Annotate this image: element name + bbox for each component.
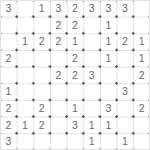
cell-r1c7[interactable]: 3 — [100, 0, 117, 17]
cell-r6c6[interactable] — [83, 83, 100, 100]
cell-r3c8[interactable]: 2 — [117, 33, 134, 50]
cell-r4c2[interactable] — [17, 50, 34, 67]
cell-r3c1[interactable] — [0, 33, 17, 50]
cell-r5c3[interactable] — [33, 67, 50, 84]
cell-r3c4[interactable]: 2 — [50, 33, 67, 50]
cell-r3c7[interactable]: 1 — [100, 33, 117, 50]
cell-r5c8[interactable] — [117, 67, 134, 84]
cell-r2c7[interactable]: 1 — [100, 17, 117, 34]
cell-r4c7[interactable]: 1 — [100, 50, 117, 67]
puzzle-board: 3132333221122112122112232132213221231131… — [0, 0, 150, 150]
cell-r9c3[interactable] — [33, 133, 50, 150]
cell-r3c2[interactable]: 1 — [17, 33, 34, 50]
cell-r9c2[interactable] — [17, 133, 34, 150]
cell-r4c6[interactable] — [83, 50, 100, 67]
cell-r9c9[interactable] — [133, 133, 150, 150]
cell-r2c1[interactable] — [0, 17, 17, 34]
cell-r7c2[interactable] — [17, 100, 34, 117]
cell-r3c6[interactable] — [83, 33, 100, 50]
cell-r1c6[interactable]: 3 — [83, 0, 100, 17]
cell-r8c3[interactable]: 2 — [33, 117, 50, 134]
cell-r3c3[interactable]: 2 — [33, 33, 50, 50]
cell-r9c6[interactable]: 1 — [83, 133, 100, 150]
cell-r1c8[interactable]: 3 — [117, 0, 134, 17]
cell-r8c4[interactable] — [50, 117, 67, 134]
cell-r2c4[interactable]: 2 — [50, 17, 67, 34]
cell-r8c5[interactable]: 3 — [67, 117, 84, 134]
cell-r1c4[interactable]: 3 — [50, 0, 67, 17]
cell-r5c1[interactable] — [0, 67, 17, 84]
cell-r5c9[interactable]: 2 — [133, 67, 150, 84]
cell-r6c5[interactable] — [67, 83, 84, 100]
cell-r5c6[interactable]: 3 — [83, 67, 100, 84]
cell-r6c3[interactable] — [33, 83, 50, 100]
cell-r7c4[interactable] — [50, 100, 67, 117]
cell-r1c9[interactable] — [133, 0, 150, 17]
cell-r7c7[interactable]: 3 — [100, 100, 117, 117]
cell-r5c5[interactable]: 2 — [67, 67, 84, 84]
cell-r8c7[interactable]: 1 — [100, 117, 117, 134]
cell-r2c5[interactable]: 2 — [67, 17, 84, 34]
cell-r6c2[interactable] — [17, 83, 34, 100]
cell-r1c2[interactable] — [17, 0, 34, 17]
cell-r4c4[interactable] — [50, 50, 67, 67]
cell-r5c2[interactable] — [17, 67, 34, 84]
cell-r7c5[interactable]: 1 — [67, 100, 84, 117]
cell-r6c8[interactable]: 3 — [117, 83, 134, 100]
cell-r7c8[interactable] — [117, 100, 134, 117]
cell-r8c9[interactable] — [133, 117, 150, 134]
cell-r9c8[interactable]: 1 — [117, 133, 134, 150]
cell-r9c1[interactable]: 3 — [0, 133, 17, 150]
cell-r6c9[interactable] — [133, 83, 150, 100]
cell-r7c6[interactable] — [83, 100, 100, 117]
cell-r9c7[interactable] — [100, 133, 117, 150]
cell-r3c9[interactable]: 1 — [133, 33, 150, 50]
cell-r6c7[interactable] — [100, 83, 117, 100]
cell-r2c3[interactable] — [33, 17, 50, 34]
cell-r9c4[interactable] — [50, 133, 67, 150]
cell-r6c1[interactable]: 1 — [0, 83, 17, 100]
cell-r8c6[interactable]: 1 — [83, 117, 100, 134]
cell-r3c5[interactable]: 1 — [67, 33, 84, 50]
cell-r2c6[interactable] — [83, 17, 100, 34]
cell-r8c8[interactable] — [117, 117, 134, 134]
cell-r7c9[interactable]: 2 — [133, 100, 150, 117]
cell-r2c2[interactable] — [17, 17, 34, 34]
cell-r4c5[interactable]: 2 — [67, 50, 84, 67]
cell-r7c1[interactable]: 2 — [0, 100, 17, 117]
cell-r8c1[interactable]: 2 — [0, 117, 17, 134]
cell-r4c8[interactable] — [117, 50, 134, 67]
cell-r1c3[interactable]: 1 — [33, 0, 50, 17]
cell-r9c5[interactable] — [67, 133, 84, 150]
cell-r2c8[interactable] — [117, 17, 134, 34]
cell-r1c5[interactable]: 2 — [67, 0, 84, 17]
cell-r4c9[interactable]: 1 — [133, 50, 150, 67]
cell-r8c2[interactable]: 1 — [17, 117, 34, 134]
cell-r7c3[interactable]: 2 — [33, 100, 50, 117]
cell-r5c4[interactable]: 2 — [50, 67, 67, 84]
cell-r5c7[interactable] — [100, 67, 117, 84]
cell-r4c3[interactable] — [33, 50, 50, 67]
cell-r4c1[interactable]: 2 — [0, 50, 17, 67]
cell-r2c9[interactable] — [133, 17, 150, 34]
cell-r1c1[interactable]: 3 — [0, 0, 17, 17]
cell-r6c4[interactable] — [50, 83, 67, 100]
